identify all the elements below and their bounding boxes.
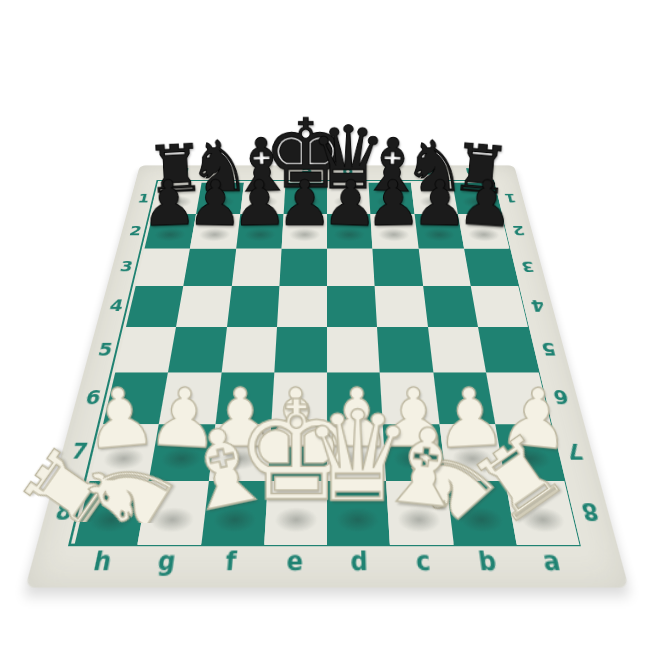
square-c5[interactable]: [377, 327, 433, 373]
square-e3[interactable]: [279, 248, 327, 285]
square-b5[interactable]: [428, 327, 486, 373]
coordinate-label: b: [408, 165, 452, 182]
coordinate-label: d: [327, 165, 369, 182]
coordinate-label: e: [261, 545, 327, 588]
square-d5[interactable]: [327, 327, 380, 373]
square-d4[interactable]: [327, 286, 377, 327]
square-c8[interactable]: ♝: [386, 481, 453, 545]
coordinate-label: b: [453, 545, 524, 588]
square-b3[interactable]: [418, 248, 470, 285]
square-a5[interactable]: [478, 327, 539, 373]
coordinate-label: d: [327, 545, 393, 588]
square-g4[interactable]: [176, 286, 231, 327]
square-g5[interactable]: [168, 327, 226, 373]
coordinate-label: e: [285, 165, 327, 182]
chess-set-photo: hgfedcba hgfedcba 12345678 12345678 ♜♞♝♚…: [0, 0, 650, 650]
square-h3[interactable]: [136, 248, 190, 285]
square-e4[interactable]: [277, 286, 327, 327]
square-c4[interactable]: [375, 286, 428, 327]
file-labels-bottom: hgfedcba: [64, 545, 589, 588]
square-h4[interactable]: [126, 286, 184, 327]
square-c3[interactable]: [373, 248, 423, 285]
coordinate-label: g: [202, 165, 246, 182]
square-f3[interactable]: [231, 248, 281, 285]
square-f5[interactable]: [221, 327, 277, 373]
square-e5[interactable]: [274, 327, 327, 373]
coordinate-label: h: [160, 165, 205, 182]
square-f4[interactable]: [227, 286, 280, 327]
coordinate-label: f: [244, 165, 287, 182]
coordinate-label: a: [516, 545, 589, 588]
square-d3[interactable]: [327, 248, 375, 285]
white-bishop[interactable]: ♝: [372, 410, 477, 525]
square-b4[interactable]: [423, 286, 478, 327]
chess-mat: hgfedcba hgfedcba 12345678 12345678 ♜♞♝♚…: [25, 165, 629, 587]
coordinate-label: f: [196, 545, 264, 588]
board-grid: ♜♞♝♚♛♝♞♜♟♟♟♟♟♟♟♟♟♟♟♟♟♟♟♟♜♞♝♚♛♝♞♜: [74, 183, 579, 545]
square-e2[interactable]: ♟: [281, 214, 327, 248]
coordinate-label: a: [449, 165, 494, 182]
file-labels-top: hgfedcba: [160, 165, 494, 182]
coordinate-label: c: [390, 545, 458, 588]
coordinate-label: g: [130, 545, 201, 588]
square-h5[interactable]: [115, 327, 176, 373]
coordinate-label: h: [64, 545, 137, 588]
square-g3[interactable]: [184, 248, 236, 285]
coordinate-label: c: [368, 165, 411, 182]
